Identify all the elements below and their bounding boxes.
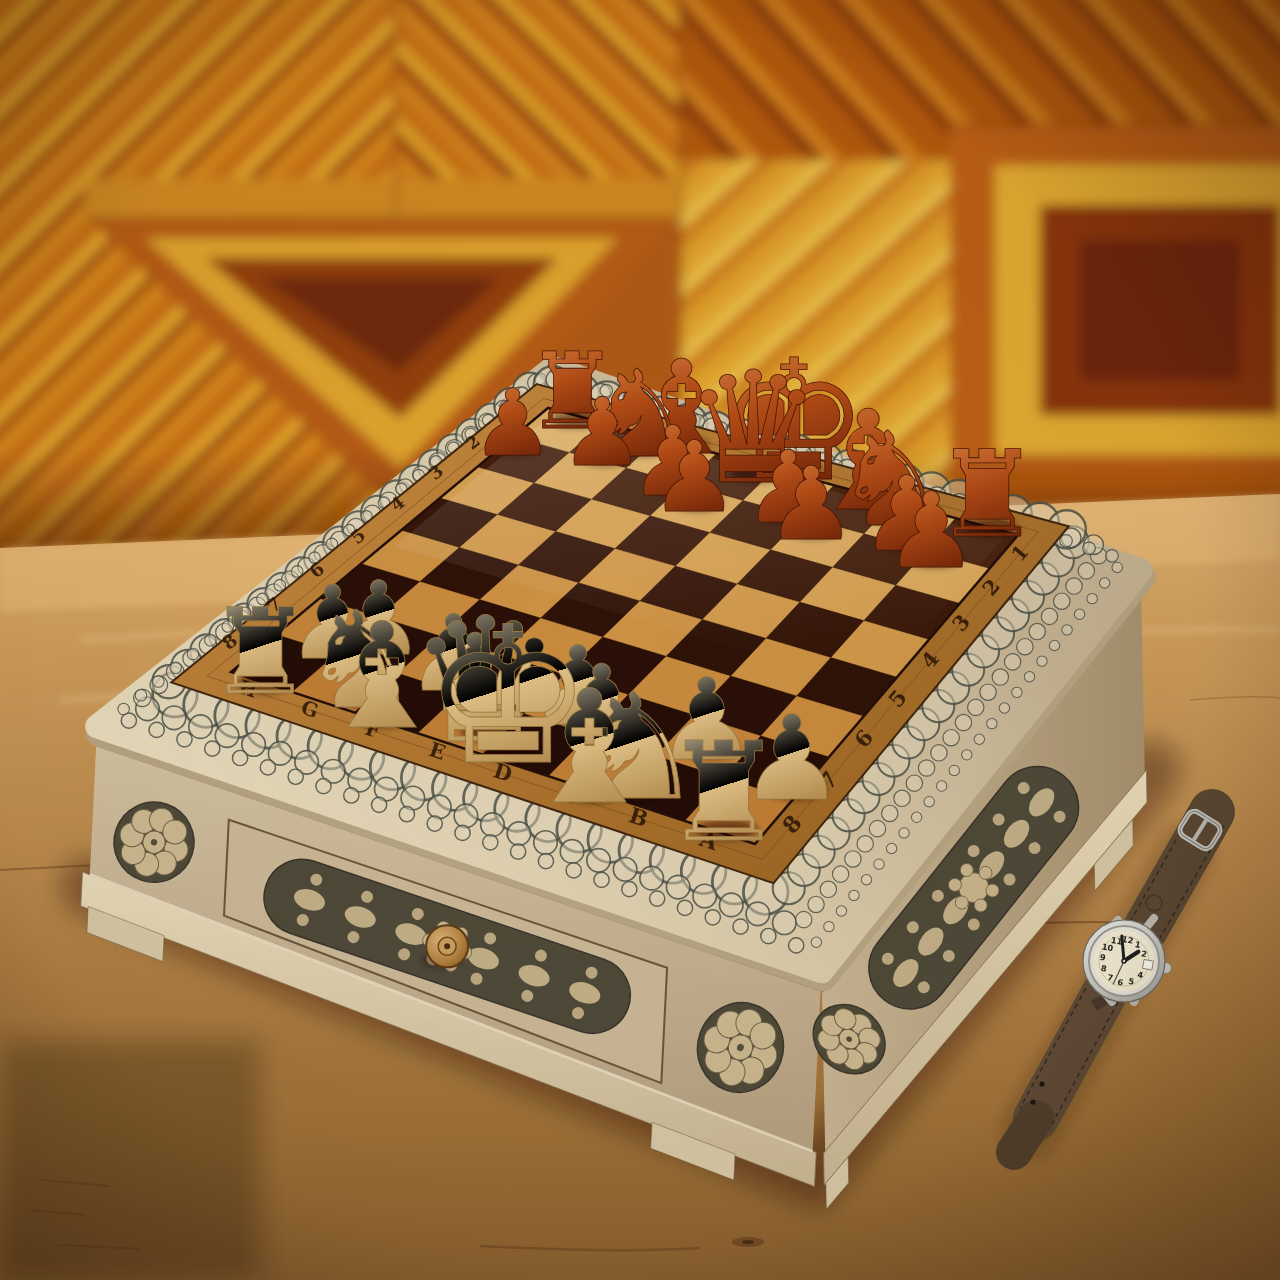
photo-scene: Hand-carved wooden chess box with storag…	[0, 0, 1280, 1280]
scene-canvas: Hand-carved wooden chess box with storag…	[0, 0, 1280, 1280]
